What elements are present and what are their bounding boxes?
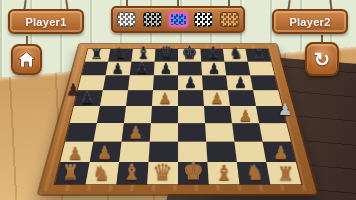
player1-label: Player1: [25, 16, 66, 28]
square-c5[interactable]: [126, 90, 153, 106]
square-g6[interactable]: ♟: [226, 75, 253, 90]
square-a8[interactable]: ♜: [85, 49, 111, 62]
board-grid[interactable]: ♜♞♝♛♚♝♞♜♟♟♟♟♟♟♟♟♟♟♟♟♟♟♜♞♝♛♚♝♞♜: [55, 49, 301, 184]
piece-white-rook[interactable]: ♜: [270, 164, 301, 183]
piece-black-pawn[interactable]: ♟: [154, 61, 178, 75]
square-c4[interactable]: [124, 106, 152, 123]
player2-sign: Player2: [272, 9, 348, 34]
player2-label: Player2: [289, 16, 330, 28]
square-f4[interactable]: [204, 106, 232, 123]
square-e4[interactable]: [178, 106, 205, 123]
square-f1[interactable]: ♝: [207, 162, 239, 184]
square-f5[interactable]: ♟: [203, 90, 230, 106]
square-f7[interactable]: ♟: [201, 62, 226, 76]
square-d3[interactable]: [150, 123, 178, 142]
square-h2[interactable]: ♟: [263, 142, 296, 162]
chess-board-3d: ♜♞♝♛♚♝♞♜♟♟♟♟♟♟♟♟♟♟♟♟♟♟♜♞♝♛♚♝♞♜: [44, 20, 312, 192]
piece-black-pawn[interactable]: ♟: [228, 75, 253, 89]
theme-tile-gray-checker[interactable]: [117, 12, 136, 27]
square-g1[interactable]: ♞: [237, 162, 271, 184]
piece-black-knight[interactable]: ♞: [224, 46, 247, 61]
home-button[interactable]: [11, 44, 42, 75]
square-b7[interactable]: ♟: [106, 62, 132, 76]
piece-white-rook[interactable]: ♜: [55, 164, 86, 183]
square-e3[interactable]: [178, 123, 206, 142]
square-d6[interactable]: [153, 75, 178, 90]
piece-black-pawn[interactable]: ♟: [106, 61, 130, 75]
square-c3[interactable]: ♟: [122, 123, 151, 142]
square-h8[interactable]: ♜: [245, 49, 271, 62]
square-g2[interactable]: [234, 142, 266, 162]
piece-white-pawn[interactable]: ♟: [90, 144, 119, 161]
square-c6[interactable]: [128, 75, 154, 90]
theme-tile-wood-checker[interactable]: [220, 12, 239, 27]
board-theme-bar: [111, 6, 245, 33]
piece-white-bishop[interactable]: ♝: [209, 162, 240, 183]
square-f6[interactable]: [202, 75, 228, 90]
square-e1[interactable]: ♚: [178, 162, 209, 184]
piece-black-king[interactable]: ♚: [178, 43, 201, 61]
piece-black-pawn[interactable]: ♟: [130, 61, 154, 75]
square-g3[interactable]: [232, 123, 262, 142]
square-b3[interactable]: [93, 123, 123, 142]
theme-tile-blue-checker[interactable]: [169, 12, 188, 27]
piece-black-pawn[interactable]: ♟: [202, 61, 226, 75]
captured-black-pawn: ♟: [66, 82, 80, 98]
square-b4[interactable]: [97, 106, 126, 123]
square-g5[interactable]: [228, 90, 256, 106]
square-d5[interactable]: ♟: [152, 90, 178, 106]
square-h3[interactable]: [259, 123, 291, 142]
square-b2[interactable]: ♟: [90, 142, 122, 162]
square-d4[interactable]: [151, 106, 178, 123]
square-e8[interactable]: ♚: [178, 49, 201, 62]
square-f3[interactable]: [205, 123, 234, 142]
piece-white-pawn[interactable]: ♟: [266, 144, 295, 161]
square-c1[interactable]: ♝: [116, 162, 148, 184]
square-a3[interactable]: [65, 123, 97, 142]
square-b1[interactable]: ♞: [86, 162, 120, 184]
square-h7[interactable]: [248, 62, 275, 76]
square-g8[interactable]: ♞: [223, 49, 248, 62]
piece-black-bishop[interactable]: ♝: [201, 45, 224, 61]
piece-black-rook[interactable]: ♜: [85, 47, 108, 61]
captured-white-pawn: ♟: [278, 102, 292, 118]
piece-black-knight[interactable]: ♞: [108, 46, 131, 61]
square-a6[interactable]: [78, 75, 106, 90]
square-f2[interactable]: [206, 142, 237, 162]
restart-button[interactable]: ↻: [305, 42, 339, 76]
piece-white-pawn[interactable]: ♟: [60, 144, 89, 161]
square-b6[interactable]: [103, 75, 130, 90]
piece-white-pawn[interactable]: ♟: [122, 125, 150, 141]
piece-white-knight[interactable]: ♞: [86, 163, 117, 183]
square-h1[interactable]: ♜: [266, 162, 301, 184]
restart-icon: ↻: [314, 50, 330, 69]
piece-black-pawn[interactable]: ♟: [178, 75, 203, 89]
theme-tile-dark-checker[interactable]: [143, 12, 162, 27]
game-screen: ♜♞♝♛♚♝♞♜♟♟♟♟♟♟♟♟♟♟♟♟♟♟♜♞♝♛♚♝♞♜ ♟ ♟ Playe…: [0, 0, 356, 200]
square-a7[interactable]: [82, 62, 109, 76]
square-b5[interactable]: [100, 90, 128, 106]
piece-black-queen[interactable]: ♛: [155, 44, 178, 61]
player1-sign: Player1: [8, 9, 84, 34]
piece-white-pawn[interactable]: ♟: [204, 90, 230, 105]
square-e6[interactable]: ♟: [178, 75, 203, 90]
square-g4[interactable]: ♟: [230, 106, 259, 123]
piece-white-king[interactable]: ♚: [178, 160, 209, 184]
square-a2[interactable]: ♟: [60, 142, 93, 162]
piece-black-bishop[interactable]: ♝: [132, 45, 155, 61]
piece-white-knight[interactable]: ♞: [239, 163, 270, 183]
piece-black-rook[interactable]: ♜: [248, 47, 271, 61]
square-d7[interactable]: ♟: [154, 62, 178, 76]
square-c2[interactable]: [119, 142, 150, 162]
square-c7[interactable]: ♟: [130, 62, 155, 76]
square-h6[interactable]: [250, 75, 278, 90]
piece-white-bishop[interactable]: ♝: [117, 162, 148, 183]
square-a4[interactable]: [70, 106, 100, 123]
theme-tile-bw-checker[interactable]: [194, 12, 213, 27]
piece-white-queen[interactable]: ♛: [147, 161, 178, 183]
piece-white-pawn[interactable]: ♟: [232, 107, 259, 123]
square-a1[interactable]: ♜: [55, 162, 90, 184]
square-d1[interactable]: ♛: [147, 162, 178, 184]
square-e5[interactable]: [178, 90, 204, 106]
piece-white-pawn[interactable]: ♟: [152, 90, 178, 105]
board-frame: ♜♞♝♛♚♝♞♜♟♟♟♟♟♟♟♟♟♟♟♟♟♟♜♞♝♛♚♝♞♜: [39, 44, 317, 194]
home-icon: [18, 52, 35, 67]
